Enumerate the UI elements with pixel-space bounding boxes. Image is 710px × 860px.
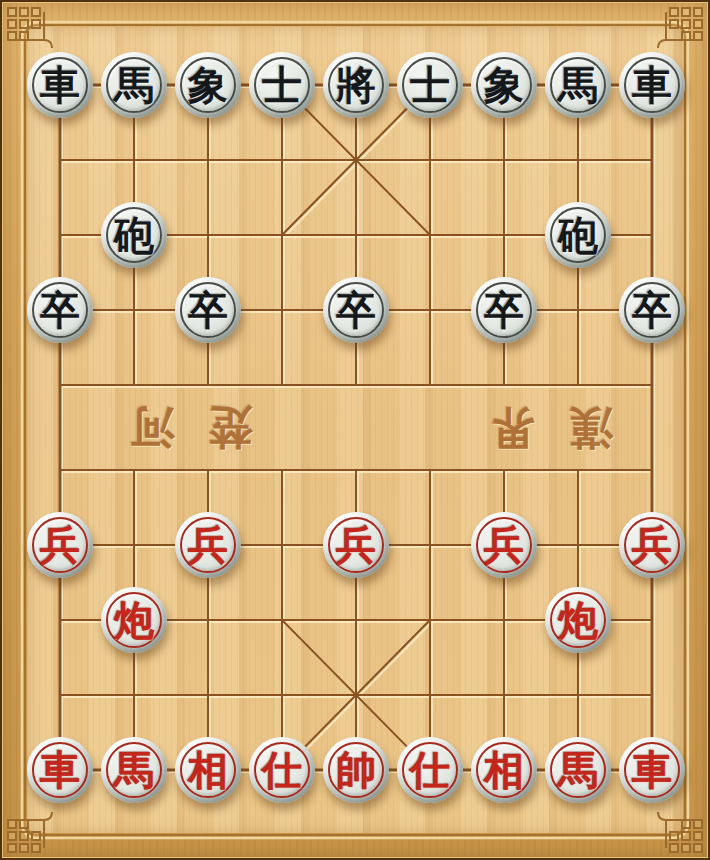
piece-glyph: 卒 [40,290,80,330]
piece-glyph: 馬 [558,65,598,105]
red-soldier[interactable]: 兵 [471,512,537,578]
piece-glyph: 象 [188,65,228,105]
piece-glyph: 士 [410,65,450,105]
piece-glyph: 車 [40,750,80,790]
red-soldier[interactable]: 兵 [619,512,685,578]
red-elephant[interactable]: 相 [175,737,241,803]
red-advisor[interactable]: 仕 [249,737,315,803]
piece-glyph: 兵 [40,525,80,565]
black-cannon[interactable]: 砲 [545,202,611,268]
black-cannon[interactable]: 砲 [101,202,167,268]
red-chariot[interactable]: 車 [27,737,93,803]
piece-glyph: 將 [336,65,376,105]
piece-glyph: 兵 [336,525,376,565]
piece-glyph: 砲 [114,215,154,255]
piece-glyph: 砲 [558,215,598,255]
piece-glyph: 仕 [262,750,302,790]
red-horse[interactable]: 馬 [545,737,611,803]
black-general[interactable]: 將 [323,52,389,118]
piece-glyph: 馬 [558,750,598,790]
red-advisor[interactable]: 仕 [397,737,463,803]
black-advisor[interactable]: 士 [249,52,315,118]
river-label-left: 楚河 [97,398,253,457]
black-soldier[interactable]: 卒 [27,277,93,343]
red-soldier[interactable]: 兵 [323,512,389,578]
piece-glyph: 卒 [336,290,376,330]
piece-glyph: 兵 [632,525,672,565]
piece-glyph: 炮 [114,600,154,640]
red-cannon[interactable]: 炮 [101,587,167,653]
black-chariot[interactable]: 車 [27,52,93,118]
piece-glyph: 士 [262,65,302,105]
black-soldier[interactable]: 卒 [619,277,685,343]
piece-glyph: 馬 [114,65,154,105]
piece-glyph: 馬 [114,750,154,790]
piece-glyph: 車 [632,65,672,105]
black-elephant[interactable]: 象 [175,52,241,118]
piece-glyph: 兵 [188,525,228,565]
red-horse[interactable]: 馬 [101,737,167,803]
black-soldier[interactable]: 卒 [471,277,537,343]
piece-glyph: 仕 [410,750,450,790]
red-soldier[interactable]: 兵 [175,512,241,578]
piece-glyph: 車 [40,65,80,105]
piece-glyph: 車 [632,750,672,790]
piece-glyph: 卒 [632,290,672,330]
piece-glyph: 相 [188,750,228,790]
black-soldier[interactable]: 卒 [175,277,241,343]
red-cannon[interactable]: 炮 [545,587,611,653]
red-general[interactable]: 帥 [323,737,389,803]
river-label-right: 漢界 [457,398,613,457]
piece-glyph: 帥 [336,750,376,790]
piece-glyph: 象 [484,65,524,105]
piece-glyph: 卒 [188,290,228,330]
piece-glyph: 兵 [484,525,524,565]
black-horse[interactable]: 馬 [545,52,611,118]
black-horse[interactable]: 馬 [101,52,167,118]
black-chariot[interactable]: 車 [619,52,685,118]
piece-glyph: 炮 [558,600,598,640]
red-chariot[interactable]: 車 [619,737,685,803]
red-elephant[interactable]: 相 [471,737,537,803]
xiangqi-board: 楚河 漢界 車馬象士將士象馬車砲砲卒卒卒卒卒兵兵兵兵兵炮炮車馬相仕帥仕相馬車 [0,0,710,860]
piece-glyph: 卒 [484,290,524,330]
red-soldier[interactable]: 兵 [27,512,93,578]
black-advisor[interactable]: 士 [397,52,463,118]
black-soldier[interactable]: 卒 [323,277,389,343]
piece-glyph: 相 [484,750,524,790]
black-elephant[interactable]: 象 [471,52,537,118]
